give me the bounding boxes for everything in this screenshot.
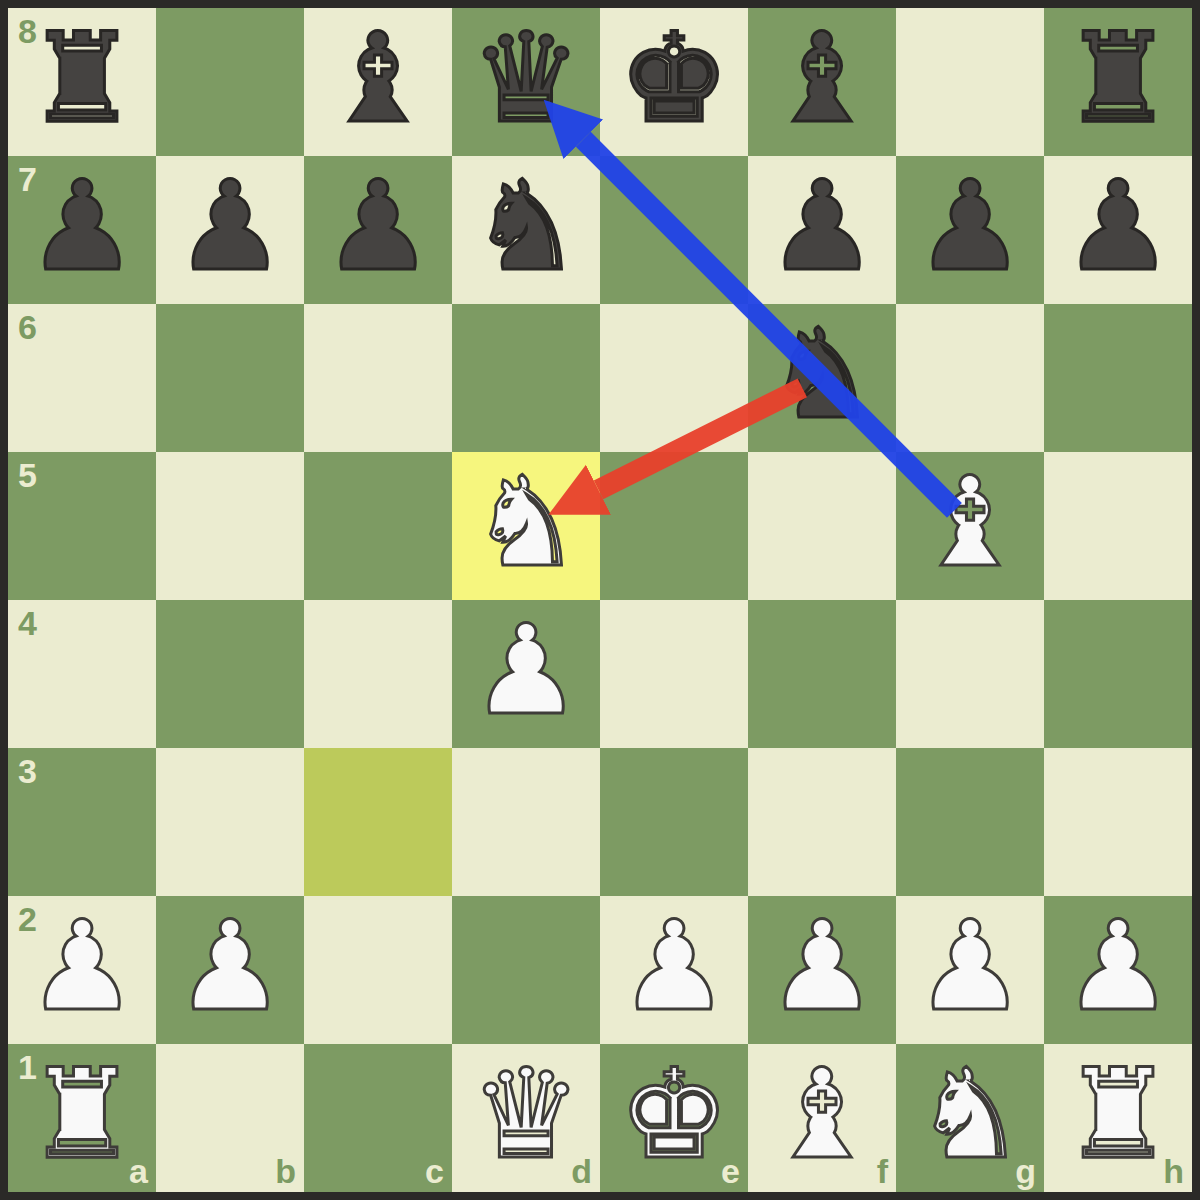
square-b7[interactable]: ♟	[156, 156, 304, 304]
square-f8[interactable]: ♝	[748, 8, 896, 156]
rank-label-2: 2	[18, 902, 37, 936]
white-king-e1[interactable]: ♚	[618, 1052, 729, 1176]
white-pawn-a2[interactable]: ♟	[26, 904, 137, 1028]
square-f5[interactable]	[748, 452, 896, 600]
square-h5[interactable]	[1044, 452, 1192, 600]
square-b5[interactable]	[156, 452, 304, 600]
square-a8[interactable]: ♜8	[8, 8, 156, 156]
white-rook-a1[interactable]: ♜	[26, 1052, 137, 1176]
square-h1[interactable]: ♜h	[1044, 1044, 1192, 1192]
square-e4[interactable]	[600, 600, 748, 748]
square-c2[interactable]	[304, 896, 452, 1044]
white-pawn-f2[interactable]: ♟	[766, 904, 877, 1028]
chess-app-canvas: { "game": "chess", "board_style": "green…	[0, 0, 1200, 1200]
black-pawn-h7[interactable]: ♟	[1062, 164, 1173, 288]
file-label-g: g	[1015, 1154, 1036, 1188]
white-pawn-e2[interactable]: ♟	[618, 904, 729, 1028]
white-knight-g1[interactable]: ♞	[914, 1052, 1025, 1176]
black-pawn-b7[interactable]: ♟	[174, 164, 285, 288]
square-b6[interactable]	[156, 304, 304, 452]
square-e7[interactable]	[600, 156, 748, 304]
square-d1[interactable]: ♛d	[452, 1044, 600, 1192]
white-bishop-f1[interactable]: ♝	[766, 1052, 877, 1176]
square-h7[interactable]: ♟	[1044, 156, 1192, 304]
file-label-a: a	[129, 1154, 148, 1188]
black-knight-f6[interactable]: ♞	[766, 312, 877, 436]
white-rook-h1[interactable]: ♜	[1062, 1052, 1173, 1176]
rank-label-4: 4	[18, 606, 37, 640]
file-label-c: c	[425, 1154, 444, 1188]
square-e8[interactable]: ♚	[600, 8, 748, 156]
square-e1[interactable]: ♚e	[600, 1044, 748, 1192]
square-d4[interactable]: ♟	[452, 600, 600, 748]
black-bishop-c8[interactable]: ♝	[322, 16, 433, 140]
square-d7[interactable]: ♞	[452, 156, 600, 304]
square-h4[interactable]	[1044, 600, 1192, 748]
square-h3[interactable]	[1044, 748, 1192, 896]
square-f1[interactable]: ♝f	[748, 1044, 896, 1192]
file-label-b: b	[275, 1154, 296, 1188]
square-b2[interactable]: ♟	[156, 896, 304, 1044]
square-f7[interactable]: ♟	[748, 156, 896, 304]
square-h8[interactable]: ♜	[1044, 8, 1192, 156]
square-h6[interactable]	[1044, 304, 1192, 452]
chess-board: ♜8♝♛♚♝♜♟7♟♟♞♟♟♟6♞5♞♝4♟3♟2♟♟♟♟♟♜1abc♛d♚e♝…	[8, 8, 1192, 1192]
square-h2[interactable]: ♟	[1044, 896, 1192, 1044]
white-pawn-h2[interactable]: ♟	[1062, 904, 1173, 1028]
square-e2[interactable]: ♟	[600, 896, 748, 1044]
square-a4[interactable]: 4	[8, 600, 156, 748]
file-label-e: e	[721, 1154, 740, 1188]
square-c5[interactable]	[304, 452, 452, 600]
white-pawn-b2[interactable]: ♟	[174, 904, 285, 1028]
file-label-d: d	[571, 1154, 592, 1188]
square-g5[interactable]: ♝	[896, 452, 1044, 600]
white-knight-d5[interactable]: ♞	[470, 460, 581, 584]
square-g3[interactable]	[896, 748, 1044, 896]
black-pawn-f7[interactable]: ♟	[766, 164, 877, 288]
square-g4[interactable]	[896, 600, 1044, 748]
white-bishop-g5[interactable]: ♝	[914, 460, 1025, 584]
black-pawn-c7[interactable]: ♟	[322, 164, 433, 288]
square-a7[interactable]: ♟7	[8, 156, 156, 304]
black-pawn-a7[interactable]: ♟	[26, 164, 137, 288]
rank-label-5: 5	[18, 458, 37, 492]
black-knight-d7[interactable]: ♞	[470, 164, 581, 288]
square-c7[interactable]: ♟	[304, 156, 452, 304]
square-c6[interactable]	[304, 304, 452, 452]
square-c4[interactable]	[304, 600, 452, 748]
square-d2[interactable]	[452, 896, 600, 1044]
file-label-f: f	[877, 1154, 888, 1188]
rank-label-6: 6	[18, 310, 37, 344]
square-g1[interactable]: ♞g	[896, 1044, 1044, 1192]
square-f2[interactable]: ♟	[748, 896, 896, 1044]
square-d3[interactable]	[452, 748, 600, 896]
rank-label-8: 8	[18, 14, 37, 48]
rank-label-7: 7	[18, 162, 37, 196]
square-f6[interactable]: ♞	[748, 304, 896, 452]
square-a1[interactable]: ♜1a	[8, 1044, 156, 1192]
rank-label-3: 3	[18, 754, 37, 788]
square-f3[interactable]	[748, 748, 896, 896]
square-c1[interactable]: c	[304, 1044, 452, 1192]
square-f4[interactable]	[748, 600, 896, 748]
square-b1[interactable]: b	[156, 1044, 304, 1192]
white-pawn-d4[interactable]: ♟	[470, 608, 581, 732]
square-b8[interactable]	[156, 8, 304, 156]
square-g6[interactable]	[896, 304, 1044, 452]
square-d6[interactable]	[452, 304, 600, 452]
square-a6[interactable]: 6	[8, 304, 156, 452]
square-b4[interactable]	[156, 600, 304, 748]
square-g7[interactable]: ♟	[896, 156, 1044, 304]
black-rook-h8[interactable]: ♜	[1062, 16, 1173, 140]
square-a2[interactable]: ♟2	[8, 896, 156, 1044]
square-d8[interactable]: ♛	[452, 8, 600, 156]
black-rook-a8[interactable]: ♜	[26, 16, 137, 140]
square-g2[interactable]: ♟	[896, 896, 1044, 1044]
white-pawn-g2[interactable]: ♟	[914, 904, 1025, 1028]
white-queen-d1[interactable]: ♛	[470, 1052, 581, 1176]
square-e3[interactable]	[600, 748, 748, 896]
square-g8[interactable]	[896, 8, 1044, 156]
black-pawn-g7[interactable]: ♟	[914, 164, 1025, 288]
square-e5[interactable]	[600, 452, 748, 600]
file-label-h: h	[1163, 1154, 1184, 1188]
square-c8[interactable]: ♝	[304, 8, 452, 156]
square-b3[interactable]	[156, 748, 304, 896]
black-bishop-f8[interactable]: ♝	[766, 16, 877, 140]
square-a5[interactable]: 5	[8, 452, 156, 600]
square-a3[interactable]: 3	[8, 748, 156, 896]
black-queen-d8[interactable]: ♛	[470, 16, 581, 140]
black-king-e8[interactable]: ♚	[618, 16, 729, 140]
rank-label-1: 1	[18, 1050, 37, 1084]
square-c3[interactable]	[304, 748, 452, 896]
square-d5[interactable]: ♞	[452, 452, 600, 600]
square-e6[interactable]	[600, 304, 748, 452]
